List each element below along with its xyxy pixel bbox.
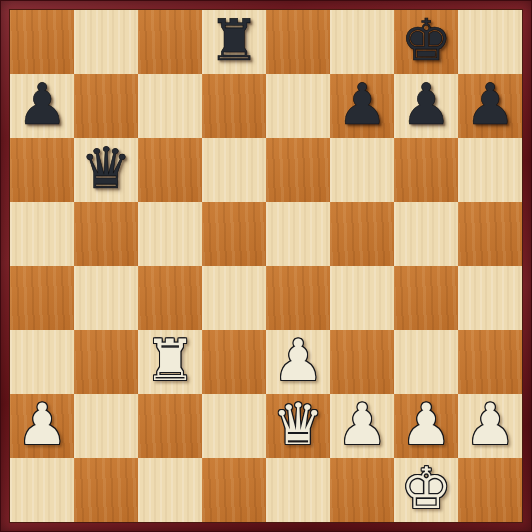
square-a1[interactable] xyxy=(10,458,74,522)
square-e3[interactable]: ♟ xyxy=(266,330,330,394)
square-g1[interactable]: ♚ xyxy=(394,458,458,522)
square-d6[interactable] xyxy=(202,138,266,202)
square-c1[interactable] xyxy=(138,458,202,522)
square-b5[interactable] xyxy=(74,202,138,266)
white-pawn-piece[interactable]: ♟ xyxy=(400,392,451,456)
board-frame: ♜♚♟♟♟♟♛♜♟♟♛♟♟♟♚ xyxy=(0,0,532,532)
square-a3[interactable] xyxy=(10,330,74,394)
square-c6[interactable] xyxy=(138,138,202,202)
white-queen-piece[interactable]: ♛ xyxy=(272,392,323,456)
square-f6[interactable] xyxy=(330,138,394,202)
square-f7[interactable]: ♟ xyxy=(330,74,394,138)
square-d2[interactable] xyxy=(202,394,266,458)
square-a6[interactable] xyxy=(10,138,74,202)
square-c8[interactable] xyxy=(138,10,202,74)
square-c4[interactable] xyxy=(138,266,202,330)
square-f2[interactable]: ♟ xyxy=(330,394,394,458)
square-b6[interactable]: ♛ xyxy=(74,138,138,202)
square-h1[interactable] xyxy=(458,458,522,522)
black-pawn-piece[interactable]: ♟ xyxy=(336,72,387,136)
chess-board: ♜♚♟♟♟♟♛♜♟♟♛♟♟♟♚ xyxy=(10,10,522,522)
square-a2[interactable]: ♟ xyxy=(10,394,74,458)
square-e6[interactable] xyxy=(266,138,330,202)
square-b3[interactable] xyxy=(74,330,138,394)
black-pawn-piece[interactable]: ♟ xyxy=(400,72,451,136)
square-h3[interactable] xyxy=(458,330,522,394)
square-f5[interactable] xyxy=(330,202,394,266)
square-h6[interactable] xyxy=(458,138,522,202)
square-d4[interactable] xyxy=(202,266,266,330)
square-f8[interactable] xyxy=(330,10,394,74)
square-e4[interactable] xyxy=(266,266,330,330)
black-pawn-piece[interactable]: ♟ xyxy=(464,72,515,136)
square-c7[interactable] xyxy=(138,74,202,138)
square-c5[interactable] xyxy=(138,202,202,266)
square-h2[interactable]: ♟ xyxy=(458,394,522,458)
square-g5[interactable] xyxy=(394,202,458,266)
square-d3[interactable] xyxy=(202,330,266,394)
black-pawn-piece[interactable]: ♟ xyxy=(16,72,67,136)
square-e1[interactable] xyxy=(266,458,330,522)
square-b2[interactable] xyxy=(74,394,138,458)
square-h5[interactable] xyxy=(458,202,522,266)
square-b7[interactable] xyxy=(74,74,138,138)
square-c2[interactable] xyxy=(138,394,202,458)
square-d1[interactable] xyxy=(202,458,266,522)
square-f3[interactable] xyxy=(330,330,394,394)
square-g3[interactable] xyxy=(394,330,458,394)
square-e5[interactable] xyxy=(266,202,330,266)
square-d7[interactable] xyxy=(202,74,266,138)
square-e7[interactable] xyxy=(266,74,330,138)
square-h7[interactable]: ♟ xyxy=(458,74,522,138)
square-h8[interactable] xyxy=(458,10,522,74)
white-pawn-piece[interactable]: ♟ xyxy=(336,392,387,456)
white-pawn-piece[interactable]: ♟ xyxy=(16,392,67,456)
white-rook-piece[interactable]: ♜ xyxy=(144,328,195,392)
black-rook-piece[interactable]: ♜ xyxy=(208,8,259,72)
square-d5[interactable] xyxy=(202,202,266,266)
square-g2[interactable]: ♟ xyxy=(394,394,458,458)
square-d8[interactable]: ♜ xyxy=(202,10,266,74)
square-h4[interactable] xyxy=(458,266,522,330)
square-e8[interactable] xyxy=(266,10,330,74)
square-g6[interactable] xyxy=(394,138,458,202)
black-queen-piece[interactable]: ♛ xyxy=(80,136,131,200)
square-a8[interactable] xyxy=(10,10,74,74)
square-a5[interactable] xyxy=(10,202,74,266)
square-f1[interactable] xyxy=(330,458,394,522)
square-b8[interactable] xyxy=(74,10,138,74)
square-e2[interactable]: ♛ xyxy=(266,394,330,458)
square-b4[interactable] xyxy=(74,266,138,330)
square-g8[interactable]: ♚ xyxy=(394,10,458,74)
square-a7[interactable]: ♟ xyxy=(10,74,74,138)
square-b1[interactable] xyxy=(74,458,138,522)
white-king-piece[interactable]: ♚ xyxy=(400,456,451,520)
white-pawn-piece[interactable]: ♟ xyxy=(464,392,515,456)
white-pawn-piece[interactable]: ♟ xyxy=(272,328,323,392)
square-g4[interactable] xyxy=(394,266,458,330)
square-a4[interactable] xyxy=(10,266,74,330)
square-c3[interactable]: ♜ xyxy=(138,330,202,394)
square-f4[interactable] xyxy=(330,266,394,330)
square-g7[interactable]: ♟ xyxy=(394,74,458,138)
black-king-piece[interactable]: ♚ xyxy=(400,8,451,72)
